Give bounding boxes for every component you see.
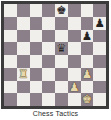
square-h3[interactable]	[93, 68, 106, 81]
black-pawn[interactable]: ♟	[93, 17, 106, 30]
square-f4[interactable]	[68, 55, 81, 68]
square-f2[interactable]: ♟	[68, 81, 81, 94]
square-h6[interactable]	[93, 30, 106, 43]
square-c5[interactable]	[30, 42, 43, 55]
square-b2[interactable]	[17, 81, 30, 94]
white-king[interactable]: ♚	[81, 93, 94, 106]
square-g6[interactable]: ♟	[81, 30, 94, 43]
black-pawn[interactable]: ♟	[81, 30, 94, 43]
white-pawn[interactable]: ♟	[81, 68, 94, 81]
white-pawn[interactable]: ♟	[68, 81, 81, 94]
square-a3[interactable]	[4, 68, 17, 81]
square-c2[interactable]	[30, 81, 43, 94]
square-h4[interactable]	[93, 55, 106, 68]
square-d4[interactable]	[42, 55, 55, 68]
square-c7[interactable]	[30, 17, 43, 30]
black-queen[interactable]: ♛	[55, 42, 68, 55]
square-h1[interactable]	[93, 93, 106, 106]
square-g7[interactable]	[81, 17, 94, 30]
square-d2[interactable]	[42, 81, 55, 94]
square-a6[interactable]	[4, 30, 17, 43]
white-rook[interactable]: ♜	[17, 68, 30, 81]
square-e7[interactable]	[55, 17, 68, 30]
square-b4[interactable]	[17, 55, 30, 68]
square-b3[interactable]: ♜	[17, 68, 30, 81]
board-frame: ♚♟♟♛♜♟♟♚	[1, 1, 109, 109]
square-e8[interactable]: ♚	[55, 4, 68, 17]
square-b6[interactable]	[17, 30, 30, 43]
board-caption: Chess Tactics	[0, 109, 111, 120]
square-e4[interactable]	[55, 55, 68, 68]
square-a4[interactable]	[4, 55, 17, 68]
square-e1[interactable]	[55, 93, 68, 106]
chess-tactics-widget: ♚♟♟♛♜♟♟♚ Chess Tactics	[0, 0, 111, 120]
square-h8[interactable]	[93, 4, 106, 17]
square-e2[interactable]	[55, 81, 68, 94]
square-c6[interactable]	[30, 30, 43, 43]
square-e5[interactable]: ♛	[55, 42, 68, 55]
square-f6[interactable]	[68, 30, 81, 43]
square-e3[interactable]	[55, 68, 68, 81]
square-a2[interactable]	[4, 81, 17, 94]
square-g3[interactable]: ♟	[81, 68, 94, 81]
square-d7[interactable]	[42, 17, 55, 30]
square-g4[interactable]	[81, 55, 94, 68]
square-c3[interactable]	[30, 68, 43, 81]
square-a8[interactable]	[4, 4, 17, 17]
square-a7[interactable]	[4, 17, 17, 30]
square-d8[interactable]	[42, 4, 55, 17]
square-f8[interactable]	[68, 4, 81, 17]
square-g5[interactable]	[81, 42, 94, 55]
square-g1[interactable]: ♚	[81, 93, 94, 106]
square-h7[interactable]: ♟	[93, 17, 106, 30]
square-a1[interactable]	[4, 93, 17, 106]
square-c8[interactable]	[30, 4, 43, 17]
square-h2[interactable]	[93, 81, 106, 94]
chess-board[interactable]: ♚♟♟♛♜♟♟♚	[4, 4, 106, 106]
square-d5[interactable]	[42, 42, 55, 55]
square-h5[interactable]	[93, 42, 106, 55]
square-f7[interactable]	[68, 17, 81, 30]
square-d6[interactable]	[42, 30, 55, 43]
square-f1[interactable]	[68, 93, 81, 106]
square-f3[interactable]	[68, 68, 81, 81]
square-b8[interactable]	[17, 4, 30, 17]
square-b7[interactable]	[17, 17, 30, 30]
square-d3[interactable]	[42, 68, 55, 81]
square-a5[interactable]	[4, 42, 17, 55]
square-b5[interactable]	[17, 42, 30, 55]
square-f5[interactable]	[68, 42, 81, 55]
square-c4[interactable]	[30, 55, 43, 68]
black-king[interactable]: ♚	[55, 4, 68, 17]
square-c1[interactable]	[30, 93, 43, 106]
square-b1[interactable]	[17, 93, 30, 106]
square-g8[interactable]	[81, 4, 94, 17]
square-d1[interactable]	[42, 93, 55, 106]
